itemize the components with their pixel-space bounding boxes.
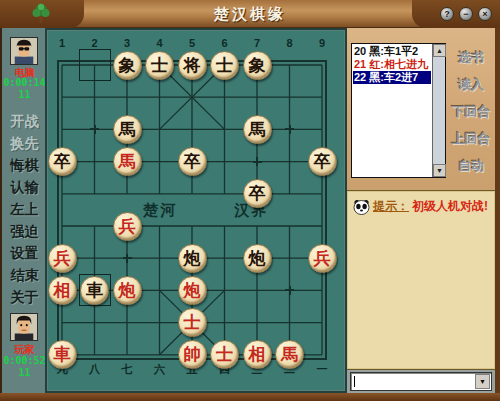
menu-item-swap-first[interactable]: 换先 bbox=[2, 132, 47, 154]
piece-red-soldier[interactable]: 兵 bbox=[308, 244, 337, 273]
position-dot bbox=[285, 125, 294, 134]
piece-black-general[interactable]: 将 bbox=[178, 51, 207, 80]
file-label-top: 6 bbox=[217, 37, 233, 49]
prev-round-button[interactable]: 上回合 bbox=[447, 125, 495, 152]
piece-black-soldier[interactable]: 卒 bbox=[48, 147, 77, 176]
piece-red-advisor[interactable]: 士 bbox=[178, 308, 207, 337]
menu-item-settings[interactable]: 设置 bbox=[2, 242, 47, 264]
piece-red-general[interactable]: 帥 bbox=[178, 340, 207, 369]
menu-item-start-battle[interactable]: 开战 bbox=[2, 110, 47, 132]
file-label-bottom: 八 bbox=[87, 362, 103, 377]
title-bar: 楚汉棋缘 ?−× bbox=[0, 0, 500, 28]
piece-black-horse[interactable]: 馬 bbox=[113, 115, 142, 144]
piece-red-advisor[interactable]: 士 bbox=[210, 340, 239, 369]
move-list-scrollbar[interactable]: ▲ ▼ bbox=[432, 44, 445, 177]
text-cursor bbox=[354, 376, 355, 387]
move-list-row[interactable]: 21 红:相七进九 bbox=[353, 58, 431, 71]
piece-black-cannon[interactable]: 炮 bbox=[243, 244, 272, 273]
piece-red-cannon[interactable]: 炮 bbox=[178, 276, 207, 305]
app-window: 楚汉棋缘 ?−× 电脑 0:00:14 11 开战换先悔棋认输左上强迫设置结束关… bbox=[0, 0, 500, 401]
piece-black-soldier[interactable]: 卒 bbox=[308, 147, 337, 176]
piece-black-elephant[interactable]: 象 bbox=[243, 51, 272, 80]
file-label-top: 7 bbox=[249, 37, 265, 49]
scroll-up-button[interactable]: ▲ bbox=[433, 44, 446, 57]
xiangqi-board[interactable]: 楚河汉界 123456789九八七六五四三二一象士将士象馬馬卒卒卒卒炮炮車馬兵兵… bbox=[45, 28, 347, 393]
computer-move-count: 11 bbox=[2, 89, 47, 100]
computer-clock: 0:00:14 bbox=[2, 77, 47, 88]
help-button[interactable]: ? bbox=[440, 7, 454, 21]
dropdown-arrow-button[interactable]: ▼ bbox=[475, 374, 490, 389]
piece-red-cannon[interactable]: 炮 bbox=[113, 276, 142, 305]
panda-icon bbox=[353, 199, 370, 215]
menu-item-resign[interactable]: 认输 bbox=[2, 176, 47, 198]
left-sidebar: 电脑 0:00:14 11 开战换先悔棋认输左上强迫设置结束关于 玩家 0:00… bbox=[0, 28, 45, 393]
choose-book-button[interactable]: 选书 bbox=[447, 44, 495, 71]
file-label-top: 9 bbox=[314, 37, 330, 49]
piece-red-soldier[interactable]: 兵 bbox=[48, 244, 77, 273]
next-round-button[interactable]: 下回合 bbox=[447, 98, 495, 125]
piece-red-horse[interactable]: 馬 bbox=[275, 340, 304, 369]
file-label-bottom: 一 bbox=[314, 362, 330, 377]
load-button[interactable]: 读入 bbox=[447, 71, 495, 98]
chat-input[interactable]: ▼ bbox=[350, 372, 492, 391]
hint-text: 初级人机对战! bbox=[412, 198, 488, 215]
piece-black-elephant[interactable]: 象 bbox=[113, 51, 142, 80]
menu-item-force[interactable]: 强迫 bbox=[2, 220, 47, 242]
file-label-bottom: 七 bbox=[119, 362, 135, 377]
human-avatar bbox=[10, 313, 38, 341]
position-dot bbox=[90, 125, 99, 134]
position-dot bbox=[285, 286, 294, 295]
piece-red-elephant[interactable]: 相 bbox=[48, 276, 77, 305]
file-label-top: 5 bbox=[184, 37, 200, 49]
close-button[interactable]: × bbox=[478, 7, 492, 21]
computer-avatar bbox=[10, 37, 38, 65]
piece-red-soldier[interactable]: 兵 bbox=[113, 212, 142, 241]
menu-item-about[interactable]: 关于 bbox=[2, 286, 47, 308]
move-panel: 20 黑:车1平221 红:相七进九22 黑:车2进7 ▲ ▼ 选书读入下回合上… bbox=[347, 28, 495, 190]
game-menu: 开战换先悔棋认输左上强迫设置结束关于 bbox=[2, 110, 47, 308]
last-move-highlight bbox=[79, 49, 111, 81]
chat-area: ▼ bbox=[347, 370, 495, 393]
piece-black-advisor[interactable]: 士 bbox=[210, 51, 239, 80]
menu-item-undo-move[interactable]: 悔棋 bbox=[2, 154, 47, 176]
position-dot bbox=[253, 157, 262, 166]
book-buttons: 选书读入下回合上回合自动 bbox=[447, 44, 495, 179]
file-label-top: 3 bbox=[119, 37, 135, 49]
piece-red-horse[interactable]: 馬 bbox=[113, 147, 142, 176]
piece-black-advisor[interactable]: 士 bbox=[145, 51, 174, 80]
menu-item-end[interactable]: 结束 bbox=[2, 264, 47, 286]
piece-black-soldier[interactable]: 卒 bbox=[178, 147, 207, 176]
position-dot bbox=[123, 254, 132, 263]
move-list-row[interactable]: 20 黑:车1平2 bbox=[353, 45, 431, 58]
piece-black-cannon[interactable]: 炮 bbox=[178, 244, 207, 273]
right-panel: 20 黑:车1平221 红:相七进九22 黑:车2进7 ▲ ▼ 选书读入下回合上… bbox=[347, 28, 500, 393]
file-label-bottom: 六 bbox=[152, 362, 168, 377]
piece-black-soldier[interactable]: 卒 bbox=[243, 179, 272, 208]
piece-black-chariot[interactable]: 車 bbox=[80, 276, 109, 305]
human-move-count: 11 bbox=[2, 367, 47, 378]
piece-red-chariot[interactable]: 車 bbox=[48, 340, 77, 369]
human-clock: 0:00:52 bbox=[2, 355, 47, 366]
move-list[interactable]: 20 黑:车1平221 红:相七进九22 黑:车2进7 ▲ ▼ bbox=[351, 43, 446, 178]
window-controls: ?−× bbox=[440, 7, 492, 21]
hint-label: 提示： bbox=[373, 198, 409, 215]
hint-panel: 提示： 初级人机对战! bbox=[347, 190, 495, 370]
window-title: 楚汉棋缘 bbox=[0, 5, 500, 24]
menu-item-left-top[interactable]: 左上 bbox=[2, 198, 47, 220]
piece-black-horse[interactable]: 馬 bbox=[243, 115, 272, 144]
auto-button[interactable]: 自动 bbox=[447, 152, 495, 179]
file-label-top: 2 bbox=[87, 37, 103, 49]
window-bottom-frame bbox=[0, 393, 500, 401]
minimize-button[interactable]: − bbox=[459, 7, 473, 21]
file-label-top: 1 bbox=[54, 37, 70, 49]
file-label-top: 4 bbox=[152, 37, 168, 49]
file-label-top: 8 bbox=[282, 37, 298, 49]
move-list-row[interactable]: 22 黑:车2进7 bbox=[353, 71, 431, 84]
piece-red-elephant[interactable]: 相 bbox=[243, 340, 272, 369]
scroll-down-button[interactable]: ▼ bbox=[433, 164, 446, 177]
